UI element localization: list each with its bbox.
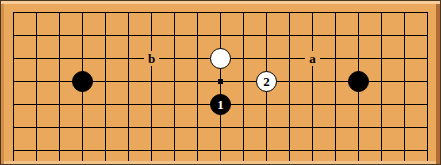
stone-black-Q16 bbox=[348, 71, 369, 92]
star-point-K16 bbox=[218, 79, 223, 84]
move-2-white-M16: 2 bbox=[256, 71, 277, 92]
stone-black-D16 bbox=[72, 71, 93, 92]
stone-white-K17 bbox=[210, 48, 231, 69]
point-label-a-O17: a bbox=[305, 51, 320, 66]
go-board-diagram: 12ba bbox=[0, 0, 441, 165]
point-label-b-G17: b bbox=[144, 51, 159, 66]
move-1-black-K15: 1 bbox=[210, 94, 231, 115]
